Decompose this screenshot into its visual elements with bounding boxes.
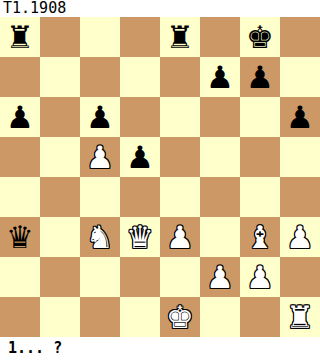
square-g8[interactable]: ♚ [240,17,280,57]
square-f1[interactable] [200,297,240,337]
white-pawn-f2[interactable]: ♟ [206,257,234,297]
white-pawn-c5[interactable]: ♟ [86,137,114,177]
white-king-e1[interactable]: ♚ [166,297,194,337]
square-c4[interactable] [80,177,120,217]
black-pawn-h6[interactable]: ♟ [286,97,314,137]
square-d8[interactable] [120,17,160,57]
square-f6[interactable] [200,97,240,137]
square-b4[interactable] [40,177,80,217]
square-e4[interactable] [160,177,200,217]
puzzle-title: T1.1908 [0,0,320,17]
square-d6[interactable] [120,97,160,137]
square-f2[interactable]: ♟ [200,257,240,297]
white-bishop-g3[interactable]: ♝ [246,217,274,257]
square-a3[interactable]: ♛ [0,217,40,257]
square-c7[interactable] [80,57,120,97]
square-g6[interactable] [240,97,280,137]
square-g5[interactable] [240,137,280,177]
square-b2[interactable] [40,257,80,297]
square-a5[interactable] [0,137,40,177]
black-pawn-d5[interactable]: ♟ [126,137,154,177]
black-pawn-a6[interactable]: ♟ [6,97,34,137]
white-pawn-h3[interactable]: ♟ [286,217,314,257]
square-d7[interactable] [120,57,160,97]
square-b3[interactable] [40,217,80,257]
square-f4[interactable] [200,177,240,217]
black-queen-a3[interactable]: ♛ [6,217,34,257]
white-knight-c3[interactable]: ♞ [86,217,114,257]
square-c8[interactable] [80,17,120,57]
square-h8[interactable] [280,17,320,57]
black-rook-a8[interactable]: ♜ [6,17,34,57]
move-prompt: 1... ? [0,337,320,360]
chess-board: ♜♜♚♟♟♟♟♟♟♟♛♞♛♟♝♟♟♟♚♜ [0,17,320,337]
square-b7[interactable] [40,57,80,97]
square-h6[interactable]: ♟ [280,97,320,137]
square-e2[interactable] [160,257,200,297]
square-c2[interactable] [80,257,120,297]
square-a6[interactable]: ♟ [0,97,40,137]
black-pawn-c6[interactable]: ♟ [86,97,114,137]
square-a1[interactable] [0,297,40,337]
white-pawn-g2[interactable]: ♟ [246,257,274,297]
square-h5[interactable] [280,137,320,177]
square-a4[interactable] [0,177,40,217]
square-h1[interactable]: ♜ [280,297,320,337]
white-pawn-e3[interactable]: ♟ [166,217,194,257]
square-a2[interactable] [0,257,40,297]
square-g1[interactable] [240,297,280,337]
square-c6[interactable]: ♟ [80,97,120,137]
square-e8[interactable]: ♜ [160,17,200,57]
square-h2[interactable] [280,257,320,297]
square-g4[interactable] [240,177,280,217]
square-c5[interactable]: ♟ [80,137,120,177]
black-rook-e8[interactable]: ♜ [166,17,194,57]
square-e5[interactable] [160,137,200,177]
square-d2[interactable] [120,257,160,297]
square-g7[interactable]: ♟ [240,57,280,97]
square-b5[interactable] [40,137,80,177]
square-d5[interactable]: ♟ [120,137,160,177]
white-queen-d3[interactable]: ♛ [126,217,154,257]
black-pawn-f7[interactable]: ♟ [206,57,234,97]
square-e3[interactable]: ♟ [160,217,200,257]
square-e1[interactable]: ♚ [160,297,200,337]
white-rook-h1[interactable]: ♜ [286,297,314,337]
square-d1[interactable] [120,297,160,337]
square-d3[interactable]: ♛ [120,217,160,257]
square-e7[interactable] [160,57,200,97]
square-g2[interactable]: ♟ [240,257,280,297]
square-b1[interactable] [40,297,80,337]
square-h3[interactable]: ♟ [280,217,320,257]
square-f5[interactable] [200,137,240,177]
square-c3[interactable]: ♞ [80,217,120,257]
square-c1[interactable] [80,297,120,337]
square-d4[interactable] [120,177,160,217]
square-f3[interactable] [200,217,240,257]
black-pawn-g7[interactable]: ♟ [246,57,274,97]
square-b6[interactable] [40,97,80,137]
square-e6[interactable] [160,97,200,137]
square-h7[interactable] [280,57,320,97]
square-a7[interactable] [0,57,40,97]
square-a8[interactable]: ♜ [0,17,40,57]
square-g3[interactable]: ♝ [240,217,280,257]
square-f8[interactable] [200,17,240,57]
square-b8[interactable] [40,17,80,57]
black-king-g8[interactable]: ♚ [246,17,274,57]
square-h4[interactable] [280,177,320,217]
square-f7[interactable]: ♟ [200,57,240,97]
